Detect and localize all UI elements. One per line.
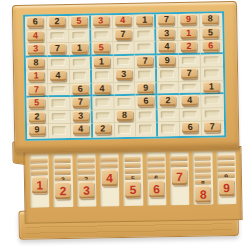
cell-r7c7[interactable]: 2 (158, 95, 180, 109)
cell-pocket (204, 70, 219, 78)
number-tile-r6c9[interactable]: 1 (203, 81, 219, 92)
cell-pocket (51, 86, 65, 93)
cell-r8c9[interactable] (202, 108, 224, 122)
cell-pocket (116, 44, 130, 51)
number-tile-r1c4[interactable]: 3 (93, 15, 109, 26)
cell-r2c7[interactable]: 3 (157, 28, 179, 42)
cell-r9c1[interactable]: 9 (27, 125, 49, 139)
cell-r7c6[interactable]: 6 (136, 96, 158, 110)
cell-r6c7[interactable] (158, 82, 180, 96)
cell-r9c6[interactable] (136, 123, 158, 137)
cell-r3c5[interactable] (113, 42, 135, 56)
drawer-number-tile-4[interactable]: 4 (102, 169, 117, 186)
number-tile-r5c5[interactable]: 3 (116, 69, 132, 80)
cell-r8c6[interactable] (136, 109, 158, 123)
cell-r6c8[interactable] (179, 81, 201, 95)
cell-r3c1[interactable]: 3 (26, 43, 48, 57)
cell-pocket (95, 71, 109, 79)
cell-r7c3[interactable]: 7 (70, 97, 92, 111)
cell-r8c2[interactable] (49, 111, 71, 125)
number-tile-r2c9[interactable]: 5 (202, 27, 218, 38)
number-tile-r8c5[interactable]: 8 (116, 110, 132, 121)
cell-r8c3[interactable]: 3 (71, 110, 93, 124)
stacked-tile-edge (31, 158, 48, 162)
cell-r6c4[interactable]: 4 (92, 83, 114, 97)
cell-r3c2[interactable]: 7 (47, 43, 69, 57)
sudoku-board: 6253417984731537154268179143776491576242… (12, 1, 240, 153)
cell-pocket (52, 113, 66, 121)
cell-r9c2[interactable] (49, 124, 71, 138)
cell-r8c4[interactable] (92, 110, 114, 124)
drawer-number-tile-8[interactable]: 8 (196, 186, 211, 203)
cell-pocket (161, 111, 175, 119)
number-tile-r3c9[interactable]: 6 (203, 40, 219, 51)
cell-r3c3[interactable]: 1 (69, 43, 91, 57)
stacked-tile-edge (54, 170, 71, 174)
number-tile-r3c2[interactable]: 7 (49, 43, 65, 54)
cell-r1c1[interactable]: 6 (25, 16, 47, 30)
stacked-tile-edge (78, 170, 95, 174)
stacked-tile-edge (148, 168, 165, 172)
cell-pocket (182, 56, 196, 64)
stacked-tile-edge: 3 (78, 176, 95, 180)
number-tile-r2c1[interactable]: 4 (27, 30, 43, 41)
cell-r1c3[interactable]: 5 (69, 16, 91, 30)
cell-r7c1[interactable]: 5 (27, 98, 49, 112)
number-tile-r1c5[interactable]: 4 (115, 15, 131, 26)
cell-r5c8[interactable]: 7 (179, 68, 201, 82)
cell-pocket (94, 31, 108, 39)
number-tile-r7c1[interactable]: 5 (29, 98, 45, 109)
cell-r4c3[interactable] (70, 56, 92, 70)
stacked-tile-edge (124, 169, 141, 173)
cell-r4c4[interactable]: 1 (91, 56, 113, 70)
cell-r1c7[interactable]: 7 (156, 14, 178, 28)
drawer-number-tile-1[interactable]: 1 (32, 176, 47, 193)
cell-r9c3[interactable]: 4 (71, 124, 93, 138)
tile-drawer[interactable]: 122334556678899 (23, 146, 242, 224)
cell-r9c7[interactable] (158, 122, 180, 136)
stacked-tile-edge (218, 161, 235, 165)
number-tile-r6c3[interactable]: 6 (72, 83, 88, 94)
stacked-tile-edge: 9 (218, 173, 235, 177)
number-tile-r1c7[interactable]: 7 (158, 14, 174, 25)
cell-r6c9[interactable]: 1 (201, 81, 223, 95)
stacked-tile-edge (78, 164, 95, 168)
cell-r2c8[interactable]: 1 (179, 27, 201, 41)
cell-r4c2[interactable] (48, 57, 70, 71)
stacked-tile-edge (54, 164, 71, 168)
cell-r6c6[interactable]: 9 (136, 82, 158, 96)
cell-r5c6[interactable] (135, 69, 157, 83)
number-tile-r8c1[interactable]: 2 (29, 111, 45, 122)
cell-r2c5[interactable]: 7 (113, 28, 135, 42)
stacked-tile-edge (194, 156, 211, 160)
cell-r9c9[interactable]: 7 (202, 122, 224, 136)
cell-r3c8[interactable]: 2 (179, 41, 201, 55)
cell-r3c6[interactable] (135, 42, 157, 56)
cell-r5c5[interactable]: 3 (114, 69, 136, 83)
cell-pocket (138, 71, 151, 79)
number-tile-r3c3[interactable]: 1 (71, 43, 87, 54)
cell-pocket (116, 58, 130, 66)
number-tile-r1c8[interactable]: 9 (180, 14, 196, 25)
number-tile-r5c2[interactable]: 4 (50, 70, 66, 81)
cell-r1c6[interactable]: 1 (135, 14, 157, 28)
cell-r6c3[interactable]: 6 (70, 83, 92, 97)
drawer-number-tile-9[interactable]: 9 (219, 179, 234, 196)
number-tile-r2c8[interactable]: 1 (181, 27, 197, 38)
cell-r8c7[interactable] (158, 109, 180, 123)
cell-r2c6[interactable] (135, 28, 157, 42)
sudoku-grid: 6253417984731537154268179143776491576242… (25, 13, 224, 138)
number-tile-r2c5[interactable]: 7 (115, 28, 131, 39)
cell-r8c1[interactable]: 2 (27, 111, 49, 125)
cell-r4c9[interactable] (201, 54, 223, 68)
drawer-slot-5[interactable]: 55 (123, 153, 143, 206)
number-tile-r9c3[interactable]: 4 (73, 124, 89, 135)
cell-pocket (183, 111, 197, 119)
cell-pocket (139, 111, 152, 119)
cell-pocket (161, 84, 175, 91)
cell-r9c5[interactable] (115, 123, 137, 137)
number-tile-r1c9[interactable]: 8 (202, 13, 218, 24)
drawer-slot-7[interactable]: 7 (169, 152, 189, 205)
cell-r2c2[interactable] (47, 30, 69, 44)
cell-pocket (51, 59, 65, 67)
number-tile-r7c7[interactable]: 2 (160, 95, 176, 106)
sudoku-grid-frame: 6253417984731537154268179143776491576242… (23, 11, 226, 140)
cell-r1c2[interactable]: 2 (47, 16, 69, 30)
stacked-tile-edge: 2 (55, 176, 72, 180)
stacked-tile-edge (124, 163, 141, 167)
cell-pocket (160, 70, 174, 78)
cell-r4c8[interactable] (179, 54, 201, 68)
cell-pocket (205, 110, 220, 118)
number-tile-r3c8[interactable]: 2 (181, 41, 197, 52)
number-tile-r4c7[interactable]: 9 (159, 55, 175, 66)
cell-r7c9[interactable] (202, 95, 224, 109)
drawer-slot-2[interactable]: 22 (53, 154, 73, 207)
cell-pocket (95, 99, 109, 107)
cell-r7c8[interactable]: 4 (180, 95, 202, 109)
stacked-tile-edge: 6 (148, 174, 165, 178)
number-tile-r9c8[interactable]: 6 (182, 122, 198, 133)
number-tile-r3c4[interactable]: 5 (93, 42, 109, 53)
cell-pocket (183, 84, 197, 91)
number-tile-r6c4[interactable]: 4 (94, 83, 110, 94)
stacked-tile-edge (218, 155, 235, 159)
cell-r4c5[interactable] (113, 55, 135, 69)
cell-r3c9[interactable]: 6 (201, 40, 223, 54)
cell-pocket (138, 30, 151, 38)
cell-r6c1[interactable]: 7 (26, 84, 48, 98)
number-tile-r3c7[interactable]: 4 (159, 41, 175, 52)
number-tile-r6c1[interactable]: 7 (28, 84, 44, 95)
cell-r4c1[interactable]: 8 (26, 57, 48, 71)
stacked-tile-edge (195, 174, 212, 178)
cell-r4c6[interactable]: 7 (135, 55, 157, 69)
number-tile-r5c1[interactable]: 1 (28, 71, 44, 82)
stacked-tile-edge (101, 157, 118, 161)
number-tile-r9c1[interactable]: 9 (29, 125, 45, 136)
cell-r7c5[interactable] (114, 96, 136, 110)
number-tile-r5c8[interactable]: 7 (181, 68, 197, 79)
cell-pocket (161, 125, 175, 134)
stacked-tile-edge (171, 162, 188, 166)
drawer-slots: 122334556678899 (30, 151, 237, 208)
cell-r2c9[interactable]: 5 (200, 27, 222, 41)
stacked-tile-edge (124, 157, 141, 161)
cell-pocket (95, 112, 109, 120)
cell-pocket (204, 56, 219, 64)
stacked-tile-edge (171, 156, 188, 160)
cell-r1c5[interactable]: 4 (113, 15, 135, 29)
cell-r2c3[interactable] (69, 29, 91, 43)
cell-r9c4[interactable]: 2 (93, 124, 115, 138)
cell-pocket (205, 97, 220, 105)
number-tile-r4c1[interactable]: 8 (28, 57, 44, 68)
stacked-tile-edge (148, 162, 165, 166)
cell-r5c4[interactable] (92, 69, 114, 83)
cell-r5c7[interactable] (157, 68, 179, 82)
drawer-slot-8[interactable]: 88 (193, 151, 213, 204)
sudoku-set: 122334556678899 625341798473153715426817… (0, 0, 250, 250)
number-tile-r8c3[interactable]: 3 (73, 111, 89, 122)
drawer-number-tile-3[interactable]: 3 (79, 182, 94, 199)
cell-r6c5[interactable] (114, 83, 136, 97)
number-tile-r7c6[interactable]: 6 (138, 96, 154, 107)
cell-r3c4[interactable]: 5 (91, 42, 113, 56)
number-tile-r4c4[interactable]: 1 (93, 56, 109, 67)
cell-r2c1[interactable]: 4 (25, 30, 47, 44)
cell-pocket (72, 31, 85, 39)
cell-pocket (52, 126, 66, 135)
number-tile-r9c9[interactable]: 7 (204, 122, 220, 133)
cell-r7c4[interactable] (92, 97, 114, 111)
stacked-tile-edge (194, 168, 211, 172)
cell-r7c2[interactable] (48, 97, 70, 111)
drawer-slot-9[interactable]: 99 (216, 151, 236, 204)
cell-r1c9[interactable]: 8 (200, 13, 222, 27)
cell-r1c8[interactable]: 9 (178, 14, 200, 28)
drawer-slot-6[interactable]: 66 (146, 152, 166, 205)
cell-pocket (138, 44, 151, 51)
cell-pocket (139, 125, 152, 134)
stacked-tile-edge (31, 170, 48, 174)
cell-r8c8[interactable] (180, 109, 202, 123)
cell-r9c8[interactable]: 6 (180, 122, 202, 136)
cell-pocket (73, 58, 86, 66)
cell-r5c1[interactable]: 1 (26, 71, 48, 85)
cell-r5c9[interactable] (201, 67, 223, 81)
number-tile-r9c4[interactable]: 2 (95, 124, 111, 135)
number-tile-r1c1[interactable]: 6 (27, 16, 43, 27)
cell-r5c2[interactable]: 4 (48, 70, 70, 84)
cell-pocket (118, 125, 132, 134)
number-tile-r4c6[interactable]: 7 (137, 55, 153, 66)
stacked-tile-edge: 5 (125, 175, 142, 179)
drawer-slot-3[interactable]: 33 (76, 154, 96, 207)
stacked-tile-edge (31, 164, 48, 168)
number-tile-r1c6[interactable]: 1 (137, 15, 153, 26)
drawer-number-tile-7[interactable]: 7 (172, 168, 187, 185)
drawer-number-tile-5[interactable]: 5 (125, 181, 140, 198)
cell-r6c2[interactable] (48, 84, 70, 98)
cell-pocket (117, 85, 131, 92)
stacked-tile-edge (101, 163, 118, 167)
stacked-tile-edge (78, 158, 95, 162)
cell-r2c4[interactable] (91, 29, 113, 43)
number-tile-r7c8[interactable]: 4 (182, 95, 198, 106)
cell-r4c7[interactable]: 9 (157, 55, 179, 69)
stacked-tile-edge (54, 158, 71, 162)
number-tile-r7c3[interactable]: 7 (72, 97, 88, 108)
cell-pocket (51, 99, 65, 107)
drawer-slot-1[interactable]: 1 (30, 154, 50, 207)
cell-r3c7[interactable]: 4 (157, 41, 179, 55)
number-tile-r6c6[interactable]: 9 (138, 82, 154, 93)
cell-r1c4[interactable]: 3 (91, 15, 113, 29)
stacked-tile-edge: 8 (195, 180, 212, 184)
number-tile-r1c3[interactable]: 5 (71, 16, 87, 27)
cell-pocket (117, 98, 131, 106)
cell-r5c3[interactable] (70, 70, 92, 84)
number-tile-r2c7[interactable]: 3 (159, 28, 175, 39)
stacked-tile-edge (194, 162, 211, 166)
drawer-number-tile-2[interactable]: 2 (55, 182, 70, 199)
number-tile-r1c2[interactable]: 2 (49, 16, 65, 27)
stacked-tile-edge (218, 167, 235, 171)
cell-pocket (73, 72, 86, 80)
cell-r8c5[interactable]: 8 (114, 110, 136, 124)
stacked-tile-edge (148, 156, 165, 160)
cell-pocket (50, 32, 64, 40)
drawer-number-tile-6[interactable]: 6 (149, 180, 164, 197)
product-photo: 122334556678899 625341798473153715426817… (0, 0, 250, 250)
drawer-slot-4[interactable]: 4 (99, 153, 119, 206)
number-tile-r3c1[interactable]: 3 (28, 44, 44, 55)
